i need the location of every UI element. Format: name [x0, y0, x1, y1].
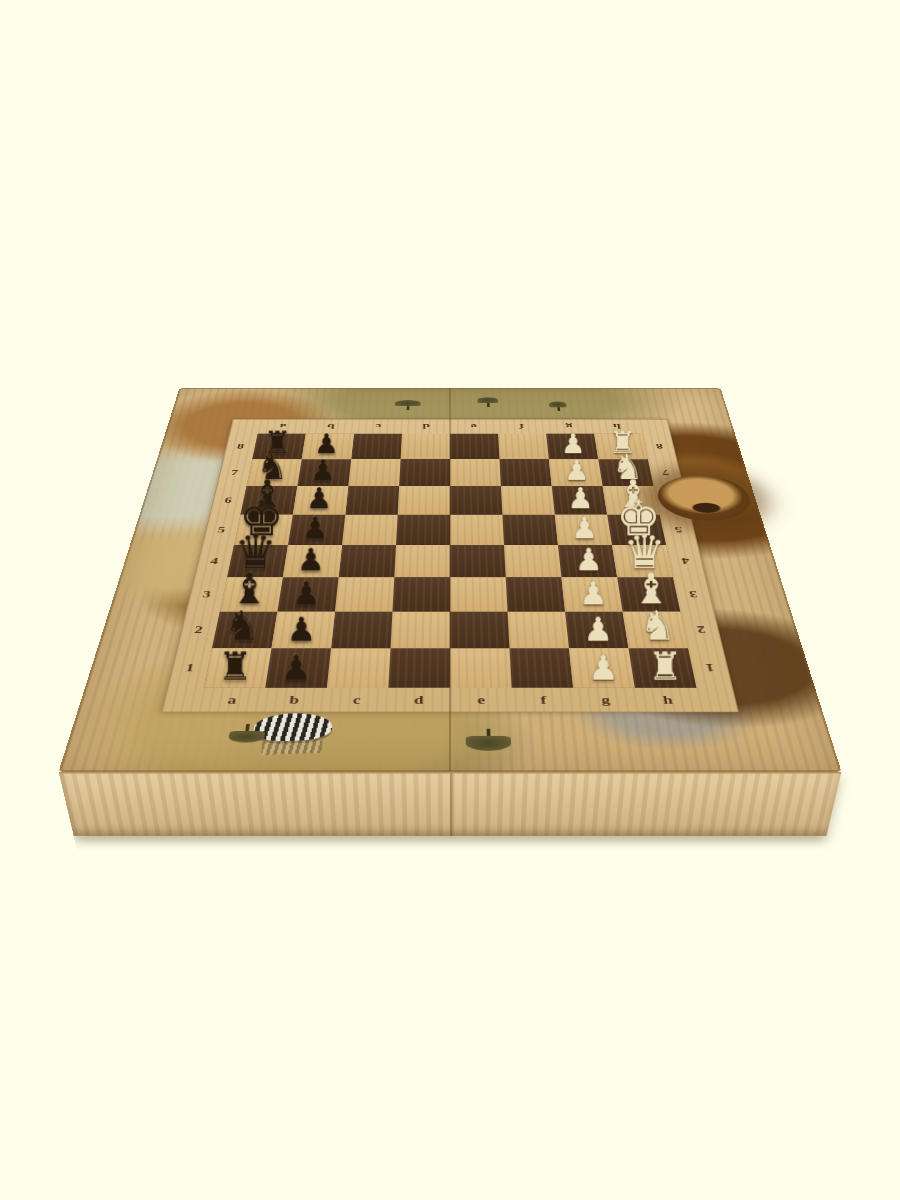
square-b1: ♟: [265, 648, 331, 687]
light-pawn-g4: ♟: [575, 545, 603, 576]
square-h3: ♝: [617, 577, 680, 611]
square-a2: ♞: [212, 612, 277, 649]
square-f4: [504, 545, 561, 577]
square-c8: [351, 434, 402, 459]
square-e6: [450, 486, 502, 515]
page-background: { "game": "chess", "scene_description": …: [0, 0, 900, 1200]
square-h5: ♚: [607, 515, 666, 545]
square-e7: [450, 459, 501, 486]
box-side-face: [59, 772, 842, 836]
zebra-decor: [252, 712, 332, 742]
square-d4: [394, 545, 450, 577]
file-label-b: b: [262, 693, 326, 706]
square-d2: [391, 612, 450, 649]
square-c6: [345, 486, 399, 515]
dark-pawn-b3: ♟: [292, 578, 321, 610]
square-a1: ♜: [204, 648, 272, 687]
file-label-e: e: [450, 693, 513, 706]
acacia-tree-decor: [549, 401, 567, 407]
dark-pawn-b8: ♟: [314, 430, 339, 457]
rank-label-8: 8: [223, 434, 258, 459]
square-h2: ♞: [623, 612, 688, 649]
dark-pawn-b5: ♟: [302, 513, 329, 543]
chess-box-top: hgfedcba 87654321 ♜♟♟♜♞♟♟♞♝♟♟♝♚♟♟♚♛♟♟♛♝♟…: [59, 388, 842, 771]
square-f5: [502, 515, 558, 545]
square-f7: [499, 459, 551, 486]
file-label-g: g: [574, 693, 638, 706]
square-f3: [506, 577, 565, 611]
square-h8: ♜: [594, 434, 647, 459]
file-label-back-g: g: [545, 423, 594, 431]
file-label-back-c: c: [354, 423, 402, 431]
light-pawn-g1: ♟: [588, 651, 619, 685]
mirrored-tree-decor: [465, 736, 511, 751]
square-c5: [342, 515, 398, 545]
square-b7: ♟: [297, 459, 351, 486]
light-pawn-g3: ♟: [579, 578, 608, 610]
square-g5: ♟: [555, 515, 612, 545]
file-label-f: f: [512, 693, 575, 706]
dark-pawn-b7: ♟: [310, 457, 335, 485]
square-g1: ♟: [569, 648, 635, 687]
square-g8: ♟: [546, 434, 598, 459]
acacia-tree-decor: [477, 397, 498, 403]
dark-pawn-b6: ♟: [306, 484, 332, 513]
square-h4: ♛: [612, 545, 673, 577]
light-rook-h1: ♜: [648, 647, 683, 686]
square-d5: [396, 515, 450, 545]
dark-rook-a1: ♜: [218, 647, 253, 686]
light-pawn-g2: ♟: [584, 613, 614, 646]
file-label-h: h: [636, 693, 701, 706]
dark-pawn-b4: ♟: [297, 545, 325, 576]
square-a5: ♚: [234, 515, 293, 545]
square-b5: ♟: [288, 515, 345, 545]
photo-scene: hgfedcba 87654321 ♜♟♟♜♞♟♟♞♝♟♟♝♚♟♟♚♛♟♟♛♝♟…: [0, 225, 900, 945]
square-e8: [450, 434, 499, 459]
square-e3: [450, 577, 508, 611]
square-c3: [335, 577, 394, 611]
square-c1: [327, 648, 391, 687]
square-g7: ♟: [549, 459, 603, 486]
square-e2: [450, 612, 509, 649]
fold-seam-side: [450, 773, 452, 835]
file-label-back-e: e: [450, 423, 498, 431]
dark-knight-a2: ♞: [224, 606, 261, 647]
square-a7: ♞: [247, 459, 302, 486]
mirrored-tree-decor: [228, 731, 266, 742]
square-h6: ♝: [603, 486, 660, 515]
square-d6: [398, 486, 450, 515]
square-g3: ♟: [561, 577, 622, 611]
square-a4: ♛: [227, 545, 288, 577]
square-a3: ♝: [220, 577, 283, 611]
square-f6: [501, 486, 555, 515]
light-queen-h4: ♛: [623, 528, 666, 575]
file-label-back-f: f: [497, 423, 545, 431]
square-e1: [450, 648, 512, 687]
file-label-back-d: d: [402, 423, 450, 431]
rank-label-right-8: 8: [642, 434, 677, 459]
square-c2: [331, 612, 392, 649]
light-pawn-g7: ♟: [564, 457, 589, 485]
square-b8: ♟: [302, 434, 354, 459]
light-pawn-g8: ♟: [561, 430, 586, 457]
file-label-c: c: [325, 693, 388, 706]
square-e5: [450, 515, 504, 545]
square-c7: [348, 459, 400, 486]
file-label-d: d: [387, 693, 450, 706]
square-b3: ♟: [277, 577, 338, 611]
square-b4: ♟: [283, 545, 342, 577]
fold-seam: [449, 388, 451, 771]
file-label-back-a: a: [258, 423, 307, 431]
square-b2: ♟: [272, 612, 335, 649]
square-g6: ♟: [552, 486, 607, 515]
square-d7: [399, 459, 450, 486]
square-a6: ♝: [240, 486, 297, 515]
square-f1: [509, 648, 573, 687]
file-label-back-h: h: [592, 423, 641, 431]
square-f8: [498, 434, 549, 459]
square-h7: ♞: [598, 459, 653, 486]
file-label-back-b: b: [306, 423, 355, 431]
dark-pawn-b2: ♟: [287, 613, 317, 646]
square-c4: [339, 545, 396, 577]
square-a8: ♜: [252, 434, 305, 459]
square-g4: ♟: [558, 545, 617, 577]
square-e4: [450, 545, 506, 577]
square-d3: [392, 577, 450, 611]
rank-label-right-1: 1: [688, 648, 733, 687]
square-h1: ♜: [628, 648, 696, 687]
dark-queen-a4: ♛: [234, 528, 277, 575]
light-knight-h2: ♞: [639, 606, 676, 647]
light-pawn-g5: ♟: [571, 513, 598, 543]
square-f2: [508, 612, 569, 649]
square-g2: ♟: [565, 612, 628, 649]
acacia-tree-decor: [395, 400, 421, 406]
square-d1: [388, 648, 450, 687]
square-d8: [401, 434, 450, 459]
file-label-a: a: [200, 693, 265, 706]
light-pawn-g6: ♟: [568, 484, 594, 513]
square-b6: ♟: [293, 486, 348, 515]
dark-pawn-b1: ♟: [281, 651, 312, 685]
